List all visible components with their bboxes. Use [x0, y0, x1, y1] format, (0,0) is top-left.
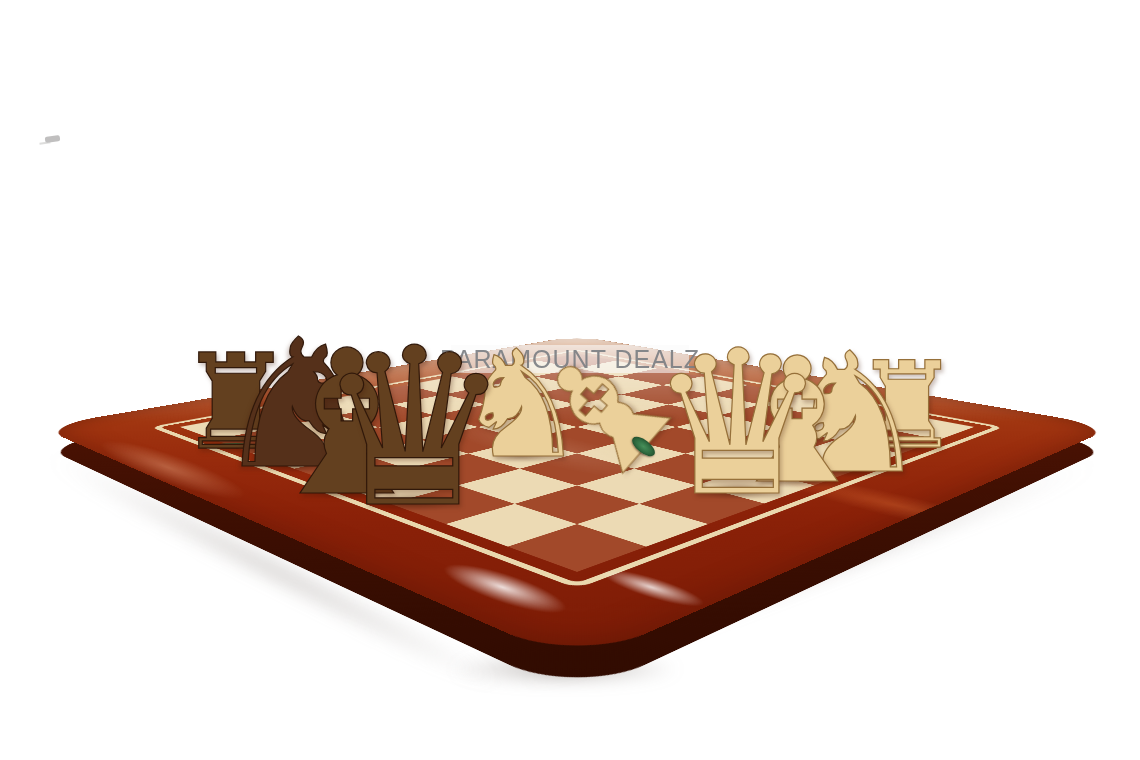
- photo-artifact: [45, 135, 61, 143]
- chess-board-3d-wrapper: [40, 336, 1115, 664]
- product-photo-scene: PARAMOUNT DEALZ ♝♜♜♞♞♞♝♝♛♛: [0, 0, 1140, 760]
- brand-watermark-text: PARAMOUNT DEALZ: [440, 347, 700, 372]
- chess-board: [40, 336, 1115, 664]
- board-grid: [180, 354, 975, 572]
- brand-watermark: PARAMOUNT DEALZ: [451, 345, 689, 373]
